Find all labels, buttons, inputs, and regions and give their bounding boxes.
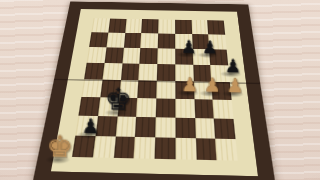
white-pawn-glyph: ♟ — [204, 76, 221, 95]
square-c6 — [122, 48, 141, 64]
square-c2 — [115, 116, 136, 136]
square-e1 — [155, 137, 176, 159]
square-f8 — [175, 20, 192, 34]
black-pawn-glyph: ♟ — [82, 116, 101, 137]
chess-board: ♟♟♟♟♟♟♚♟♚ — [32, 1, 276, 180]
square-f3 — [175, 99, 194, 118]
square-f2 — [175, 118, 195, 139]
square-d3 — [136, 98, 156, 117]
square-e5 — [157, 64, 175, 81]
square-b8 — [108, 19, 126, 33]
square-h8 — [207, 20, 225, 34]
square-d5 — [139, 64, 158, 81]
board-scene: ♟♟♟♟♟♟♚♟♚ — [0, 0, 320, 180]
square-h2 — [214, 118, 235, 139]
square-d1 — [134, 137, 155, 159]
black-pawn-glyph: ♟ — [181, 38, 197, 56]
square-a7 — [89, 32, 108, 47]
square-g1 — [195, 138, 217, 160]
square-d6 — [140, 48, 158, 64]
square-b1 — [93, 136, 116, 158]
square-a8 — [91, 18, 109, 32]
square-e8 — [158, 19, 175, 33]
white-pawn-glyph: ♟ — [226, 77, 243, 96]
square-d4 — [138, 80, 157, 98]
square-f1 — [175, 138, 196, 160]
square-a4 — [81, 79, 102, 97]
black-king-glyph: ♚ — [104, 84, 132, 115]
square-e7 — [158, 33, 175, 48]
square-e4 — [156, 81, 175, 99]
black-pawn-glyph: ♟ — [224, 57, 241, 76]
square-c7 — [123, 33, 141, 48]
square-d2 — [135, 117, 156, 137]
square-d8 — [141, 19, 158, 33]
square-b5 — [102, 63, 122, 80]
square-e6 — [157, 48, 175, 64]
square-b7 — [106, 33, 125, 48]
square-c8 — [125, 19, 143, 33]
square-g2 — [195, 118, 216, 139]
square-a1 — [72, 136, 95, 158]
square-a6 — [87, 47, 107, 63]
square-b6 — [104, 47, 123, 63]
square-g3 — [194, 99, 214, 118]
white-king-glyph: ♚ — [46, 133, 73, 163]
square-d7 — [141, 33, 159, 48]
square-c5 — [120, 63, 139, 80]
square-h1 — [215, 139, 237, 161]
square-h3 — [213, 100, 234, 119]
square-e2 — [155, 117, 175, 138]
square-a5 — [84, 63, 104, 80]
square-e3 — [156, 98, 175, 117]
white-pawn-glyph: ♟ — [181, 76, 198, 95]
black-pawn-glyph: ♟ — [202, 39, 218, 57]
square-g8 — [191, 20, 208, 34]
square-c1 — [113, 136, 135, 158]
